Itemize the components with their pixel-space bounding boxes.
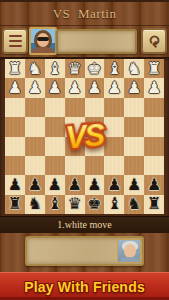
square-r7c8[interactable]: ♟	[144, 175, 164, 194]
wood-seam	[0, 25, 169, 26]
square-r4c2[interactable]	[25, 117, 45, 136]
square-r7c3[interactable]: ♟	[45, 175, 65, 194]
square-r3c2[interactable]	[25, 98, 45, 117]
square-r2c4[interactable]: ♟	[65, 78, 85, 97]
black-pawn[interactable]: ♟	[147, 177, 161, 193]
avatar-face	[124, 244, 136, 258]
square-r5c2[interactable]	[25, 137, 45, 156]
white-king[interactable]: ♚	[87, 61, 101, 77]
black-king[interactable]: ♚	[87, 196, 101, 212]
menu-button[interactable]	[2, 28, 28, 54]
square-r5c6[interactable]	[104, 137, 124, 156]
square-r5c1[interactable]	[5, 137, 25, 156]
square-r8c2[interactable]: ♞	[25, 195, 45, 214]
opponent-nameplate	[56, 29, 137, 54]
avatar-shoulders	[120, 257, 140, 263]
square-r1c7[interactable]: ♞	[124, 59, 144, 78]
black-pawn[interactable]: ♟	[8, 177, 22, 193]
opponent-avatar	[29, 27, 57, 55]
black-pawn[interactable]: ♟	[28, 177, 42, 193]
square-r4c6[interactable]	[104, 117, 124, 136]
player-avatar	[117, 239, 141, 263]
hamburger-icon	[9, 35, 22, 38]
square-r4c3[interactable]	[45, 117, 65, 136]
square-r4c7[interactable]	[124, 117, 144, 136]
square-r7c4[interactable]: ♟	[65, 175, 85, 194]
square-r5c8[interactable]	[144, 137, 164, 156]
square-r6c3[interactable]	[45, 156, 65, 175]
square-r8c8[interactable]: ♜	[144, 195, 164, 214]
white-knight[interactable]: ♞	[127, 61, 141, 77]
square-r7c2[interactable]: ♟	[25, 175, 45, 194]
white-rook[interactable]: ♜	[147, 61, 161, 77]
chess-board-squares[interactable]: ♜♞♝♛♚♝♞♜♟♟♟♟♟♟♟♟♟♟♟♟♟♟♟♟♜♞♝♛♚♝♞♜	[5, 59, 164, 214]
square-r3c5[interactable]	[85, 98, 105, 117]
square-r5c4[interactable]	[65, 137, 85, 156]
square-r2c5[interactable]: ♟	[85, 78, 105, 97]
square-r5c7[interactable]	[124, 137, 144, 156]
black-pawn[interactable]: ♟	[127, 177, 141, 193]
white-bishop[interactable]: ♝	[107, 61, 121, 77]
refresh-icon: ⟳	[146, 35, 161, 48]
black-queen[interactable]: ♛	[67, 196, 81, 212]
square-r3c8[interactable]	[144, 98, 164, 117]
square-r2c7[interactable]: ♟	[124, 78, 144, 97]
player-nameplate	[25, 236, 144, 266]
match-title: VS Martin	[0, 6, 169, 22]
white-rook[interactable]: ♜	[8, 61, 22, 77]
hamburger-icon	[9, 40, 22, 43]
square-r4c8[interactable]	[144, 117, 164, 136]
white-pawn[interactable]: ♟	[28, 80, 42, 96]
black-pawn[interactable]: ♟	[87, 177, 101, 193]
sunglasses	[37, 37, 49, 41]
square-r1c6[interactable]: ♝	[104, 59, 124, 78]
black-rook[interactable]: ♜	[147, 196, 161, 212]
chess-app-screen: VS Martin ⟳ ♜♞♝♛♚♝♞♜♟♟♟♟♟♟♟♟♟♟♟♟♟♟♟♟♜♞♝♛…	[0, 0, 169, 300]
banner-label: Play With Friends	[24, 279, 145, 295]
white-queen[interactable]: ♛	[67, 61, 81, 77]
square-r3c6[interactable]	[104, 98, 124, 117]
square-r5c3[interactable]	[45, 137, 65, 156]
square-r2c1[interactable]: ♟	[5, 78, 25, 97]
square-r3c7[interactable]	[124, 98, 144, 117]
square-r5c5[interactable]	[85, 137, 105, 156]
square-r3c3[interactable]	[45, 98, 65, 117]
square-r3c4[interactable]	[65, 98, 85, 117]
square-r2c6[interactable]: ♟	[104, 78, 124, 97]
white-pawn[interactable]: ♟	[127, 80, 141, 96]
square-r1c3[interactable]: ♝	[45, 59, 65, 78]
square-r8c1[interactable]: ♜	[5, 195, 25, 214]
top-edge	[0, 0, 169, 2]
move-status: 1.white move	[0, 216, 169, 233]
square-r3c1[interactable]	[5, 98, 25, 117]
square-r6c1[interactable]	[5, 156, 25, 175]
chess-board-frame: ♜♞♝♛♚♝♞♜♟♟♟♟♟♟♟♟♟♟♟♟♟♟♟♟♜♞♝♛♚♝♞♜	[0, 57, 169, 216]
white-pawn[interactable]: ♟	[48, 80, 62, 96]
square-r4c4[interactable]	[65, 117, 85, 136]
refresh-button[interactable]: ⟳	[141, 28, 167, 54]
square-r1c8[interactable]: ♜	[144, 59, 164, 78]
square-r8c3[interactable]: ♝	[45, 195, 65, 214]
white-bishop[interactable]: ♝	[48, 61, 62, 77]
square-r8c6[interactable]: ♝	[104, 195, 124, 214]
square-r4c5[interactable]	[85, 117, 105, 136]
black-pawn[interactable]: ♟	[48, 177, 62, 193]
square-r7c5[interactable]: ♟	[85, 175, 105, 194]
square-r8c7[interactable]: ♞	[124, 195, 144, 214]
square-r7c6[interactable]: ♟	[104, 175, 124, 194]
white-pawn[interactable]: ♟	[107, 80, 121, 96]
square-r1c1[interactable]: ♜	[5, 59, 25, 78]
white-pawn[interactable]: ♟	[147, 80, 161, 96]
square-r8c5[interactable]: ♚	[85, 195, 105, 214]
square-r7c1[interactable]: ♟	[5, 175, 25, 194]
white-pawn[interactable]: ♟	[87, 80, 101, 96]
square-r6c4[interactable]	[65, 156, 85, 175]
avatar-shoulders	[32, 47, 54, 55]
square-r6c8[interactable]	[144, 156, 164, 175]
square-r1c5[interactable]: ♚	[85, 59, 105, 78]
square-r6c7[interactable]	[124, 156, 144, 175]
square-r6c5[interactable]	[85, 156, 105, 175]
black-knight[interactable]: ♞	[28, 196, 42, 212]
square-r2c8[interactable]: ♟	[144, 78, 164, 97]
square-r6c2[interactable]	[25, 156, 45, 175]
play-with-friends-banner[interactable]: Play With Friends	[0, 272, 169, 300]
black-bishop[interactable]: ♝	[107, 196, 121, 212]
square-r2c2[interactable]: ♟	[25, 78, 45, 97]
black-knight[interactable]: ♞	[127, 196, 141, 212]
square-r1c4[interactable]: ♛	[65, 59, 85, 78]
black-pawn[interactable]: ♟	[67, 177, 81, 193]
white-pawn[interactable]: ♟	[8, 80, 22, 96]
black-pawn[interactable]: ♟	[107, 177, 121, 193]
square-r6c6[interactable]	[104, 156, 124, 175]
square-r8c4[interactable]: ♛	[65, 195, 85, 214]
white-pawn[interactable]: ♟	[67, 80, 81, 96]
square-r4c1[interactable]	[5, 117, 25, 136]
square-r7c7[interactable]: ♟	[124, 175, 144, 194]
square-r1c2[interactable]: ♞	[25, 59, 45, 78]
black-rook[interactable]: ♜	[8, 196, 22, 212]
hamburger-icon	[9, 45, 22, 48]
black-bishop[interactable]: ♝	[48, 196, 62, 212]
square-r2c3[interactable]: ♟	[45, 78, 65, 97]
white-knight[interactable]: ♞	[28, 61, 42, 77]
